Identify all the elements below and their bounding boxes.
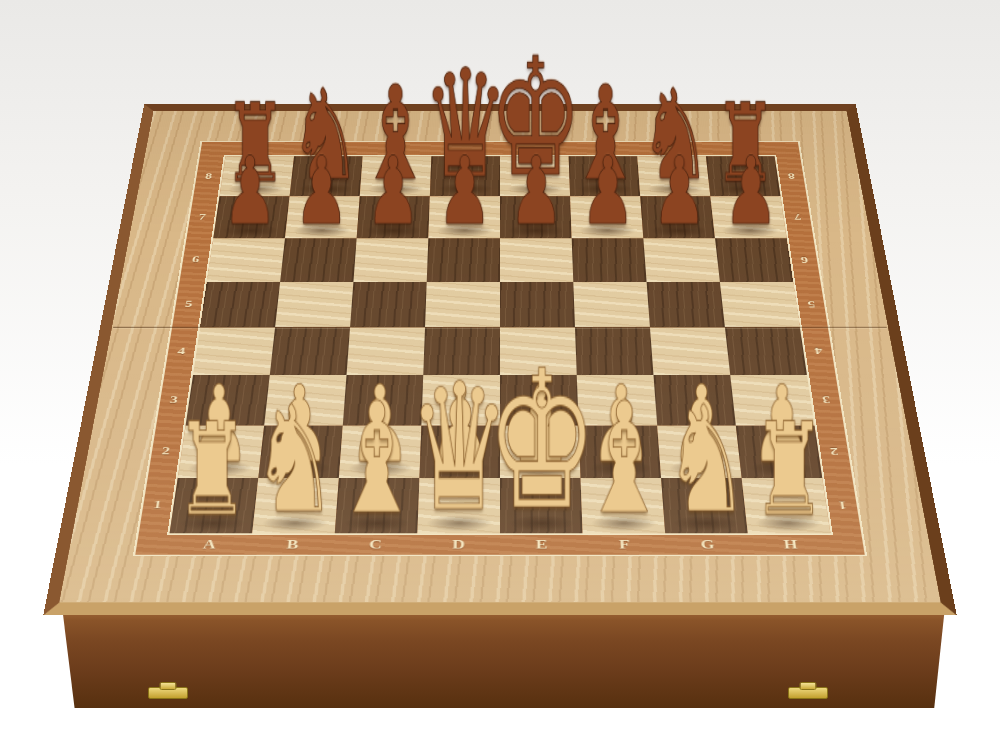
black-pawn[interactable]: ♟ (222, 149, 277, 236)
square-g1[interactable]: ♞ (661, 478, 748, 533)
chess-set-photo: 87654321 87654321 ABCDEFGH ♜♞♝♛♚♝♞♜♟♟♟♟♟… (0, 0, 1000, 750)
square-g7[interactable]: ♟ (640, 196, 715, 238)
black-pawn[interactable]: ♟ (508, 149, 563, 236)
square-b7[interactable]: ♟ (285, 196, 360, 238)
square-a1[interactable]: ♜ (170, 478, 259, 533)
square-e6[interactable] (500, 238, 573, 282)
black-pawn[interactable]: ♟ (365, 149, 420, 236)
file-label-b: B (250, 535, 335, 555)
folding-box-side (52, 606, 955, 708)
rank-label-8: 8 (776, 156, 806, 196)
file-labels-bottom: ABCDEFGH (166, 535, 833, 555)
rank-label-5: 5 (795, 282, 828, 328)
square-a5[interactable] (200, 282, 280, 328)
square-h6[interactable] (715, 238, 793, 282)
file-label-g: G (665, 535, 750, 555)
square-b6[interactable] (280, 238, 357, 282)
square-f6[interactable] (572, 238, 647, 282)
white-knight[interactable]: ♞ (664, 394, 749, 529)
white-bishop[interactable]: ♝ (332, 389, 421, 530)
black-pawn[interactable]: ♟ (723, 149, 778, 236)
file-label-f: F (583, 535, 667, 555)
rank-label-6: 6 (789, 238, 821, 282)
square-b1[interactable]: ♞ (252, 478, 339, 533)
rank-label-7: 7 (782, 196, 813, 238)
file-label-c: C (333, 535, 417, 555)
square-f7[interactable]: ♟ (570, 196, 643, 238)
file-label-a: A (166, 535, 252, 555)
square-c7[interactable]: ♟ (357, 196, 430, 238)
square-h1[interactable]: ♜ (742, 478, 831, 533)
brass-latch-right[interactable] (788, 687, 828, 699)
file-label-h: H (748, 535, 834, 555)
square-e5[interactable] (500, 282, 575, 328)
board-oak-margin: 87654321 87654321 ABCDEFGH ♜♞♝♛♚♝♞♜♟♟♟♟♟… (59, 111, 940, 602)
square-e1[interactable]: ♚ (500, 478, 583, 533)
square-c1[interactable]: ♝ (335, 478, 420, 533)
square-b5[interactable] (275, 282, 353, 328)
brass-latch-left[interactable] (148, 687, 188, 699)
white-rook[interactable]: ♜ (174, 412, 248, 529)
square-a7[interactable]: ♟ (213, 196, 289, 238)
white-rook[interactable]: ♜ (752, 412, 826, 529)
square-c5[interactable] (350, 282, 427, 328)
square-a6[interactable] (207, 238, 285, 282)
black-pawn[interactable]: ♟ (580, 149, 635, 236)
black-pawn[interactable]: ♟ (437, 149, 492, 236)
white-king[interactable]: ♚ (486, 353, 597, 529)
square-d6[interactable] (427, 238, 500, 282)
square-c6[interactable] (353, 238, 428, 282)
square-f5[interactable] (573, 282, 650, 328)
square-g6[interactable] (643, 238, 720, 282)
square-e7[interactable]: ♟ (500, 196, 572, 238)
white-knight[interactable]: ♞ (251, 394, 336, 529)
square-h7[interactable]: ♟ (710, 196, 786, 238)
black-pawn[interactable]: ♟ (294, 149, 349, 236)
file-label-d: D (417, 535, 500, 555)
square-d7[interactable]: ♟ (428, 196, 500, 238)
black-pawn[interactable]: ♟ (652, 149, 707, 236)
squares-grid: ♜♞♝♛♚♝♞♜♟♟♟♟♟♟♟♟♟♟♟♟♟♟♟♟♜♞♝♛♚♝♞♜ (167, 155, 833, 534)
square-g5[interactable] (647, 282, 725, 328)
coordinate-band: 87654321 87654321 ABCDEFGH ♜♞♝♛♚♝♞♜♟♟♟♟♟… (133, 141, 867, 557)
square-d5[interactable] (425, 282, 500, 328)
chess-board: 87654321 87654321 ABCDEFGH ♜♞♝♛♚♝♞♜♟♟♟♟♟… (43, 104, 957, 615)
square-h5[interactable] (720, 282, 800, 328)
file-label-e: E (500, 535, 583, 555)
